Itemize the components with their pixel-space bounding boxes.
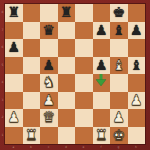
rank-label-2: 2 <box>1 116 4 119</box>
square-d1[interactable] <box>58 127 76 145</box>
square-b8[interactable] <box>23 4 41 22</box>
square-a8[interactable]: ♜ <box>5 4 23 22</box>
square-a2[interactable]: ♟ <box>5 109 23 127</box>
square-h7[interactable]: ♟ <box>128 22 146 40</box>
square-c2[interactable]: ♛ <box>40 109 58 127</box>
rank-label-7: 7 <box>1 29 4 32</box>
square-a3[interactable] <box>5 92 23 110</box>
square-a4[interactable] <box>5 74 23 92</box>
square-h1[interactable] <box>128 127 146 145</box>
rank-label-3: 3 <box>1 99 4 102</box>
square-a1[interactable] <box>5 127 23 145</box>
piece-white-rook[interactable]: ♜ <box>25 126 38 143</box>
piece-white-rook[interactable]: ♜ <box>95 126 108 143</box>
piece-black-queen[interactable]: ♛ <box>42 21 55 38</box>
piece-black-pawn[interactable]: ♟ <box>130 21 143 38</box>
square-c4[interactable]: ♞ <box>40 74 58 92</box>
chess-board-frame: ♜♜♚♛♟♝♟♟♟♟♝♝♞♟♟♟♛♟♜♜♚ 87654321abcdefgh <box>0 0 150 150</box>
square-g2[interactable]: ♟ <box>110 109 128 127</box>
rank-label-8: 8 <box>1 11 4 14</box>
piece-black-pawn[interactable]: ♟ <box>95 56 108 73</box>
square-d5[interactable] <box>58 57 76 75</box>
square-f3[interactable] <box>93 92 111 110</box>
file-label-b: b <box>23 146 40 149</box>
square-d2[interactable] <box>58 109 76 127</box>
piece-black-pawn[interactable]: ♟ <box>42 56 55 73</box>
piece-black-rook[interactable]: ♜ <box>7 4 20 21</box>
piece-black-pawn[interactable]: ♟ <box>95 21 108 38</box>
square-b5[interactable] <box>23 57 41 75</box>
piece-white-pawn[interactable]: ♟ <box>112 109 125 126</box>
square-g7[interactable]: ♝ <box>110 22 128 40</box>
rank-label-4: 4 <box>1 81 4 84</box>
square-d7[interactable] <box>58 22 76 40</box>
piece-black-bishop[interactable]: ♝ <box>112 21 125 38</box>
square-g4[interactable] <box>110 74 128 92</box>
square-g8[interactable]: ♚ <box>110 4 128 22</box>
square-e4[interactable] <box>75 74 93 92</box>
square-g5[interactable]: ♝ <box>110 57 128 75</box>
square-b1[interactable]: ♜ <box>23 127 41 145</box>
square-f5[interactable]: ♟ <box>93 57 111 75</box>
square-h5[interactable]: ♝ <box>128 57 146 75</box>
square-e1[interactable] <box>75 127 93 145</box>
square-d4[interactable] <box>58 74 76 92</box>
square-c1[interactable] <box>40 127 58 145</box>
piece-white-queen[interactable]: ♛ <box>42 109 55 126</box>
square-c8[interactable] <box>40 4 58 22</box>
piece-black-rook[interactable]: ♜ <box>60 4 73 21</box>
square-g1[interactable]: ♚ <box>110 127 128 145</box>
square-d6[interactable] <box>58 39 76 57</box>
file-label-c: c <box>40 146 57 149</box>
file-label-a: a <box>5 146 22 149</box>
piece-white-pawn[interactable]: ♟ <box>7 109 20 126</box>
square-b6[interactable] <box>23 39 41 57</box>
square-e5[interactable] <box>75 57 93 75</box>
square-e2[interactable] <box>75 109 93 127</box>
square-c6[interactable] <box>40 39 58 57</box>
square-c3[interactable]: ♟ <box>40 92 58 110</box>
square-b4[interactable] <box>23 74 41 92</box>
file-label-d: d <box>58 146 75 149</box>
move-arrow-f4 <box>96 74 107 87</box>
square-e7[interactable] <box>75 22 93 40</box>
square-e8[interactable] <box>75 4 93 22</box>
square-f8[interactable] <box>93 4 111 22</box>
piece-white-bishop[interactable]: ♝ <box>112 56 125 73</box>
chess-board: ♜♜♚♛♟♝♟♟♟♟♝♝♞♟♟♟♛♟♜♜♚ <box>5 4 145 144</box>
square-h4[interactable] <box>128 74 146 92</box>
square-f2[interactable] <box>93 109 111 127</box>
rank-label-5: 5 <box>1 64 4 67</box>
rank-label-6: 6 <box>1 46 4 49</box>
square-d3[interactable] <box>58 92 76 110</box>
square-a6[interactable]: ♟ <box>5 39 23 57</box>
square-e6[interactable] <box>75 39 93 57</box>
square-f1[interactable]: ♜ <box>93 127 111 145</box>
file-label-e: e <box>75 146 92 149</box>
piece-black-king[interactable]: ♚ <box>112 4 125 21</box>
piece-black-pawn[interactable]: ♟ <box>7 39 20 56</box>
square-f7[interactable]: ♟ <box>93 22 111 40</box>
piece-white-pawn[interactable]: ♟ <box>130 91 143 108</box>
rank-label-1: 1 <box>1 134 4 137</box>
piece-white-knight[interactable]: ♞ <box>42 74 55 91</box>
file-label-h: h <box>128 146 145 149</box>
square-h6[interactable] <box>128 39 146 57</box>
square-b2[interactable] <box>23 109 41 127</box>
square-h3[interactable]: ♟ <box>128 92 146 110</box>
square-g6[interactable] <box>110 39 128 57</box>
square-f4[interactable] <box>93 74 111 92</box>
square-g3[interactable] <box>110 92 128 110</box>
square-c5[interactable]: ♟ <box>40 57 58 75</box>
square-a5[interactable] <box>5 57 23 75</box>
piece-black-bishop[interactable]: ♝ <box>130 56 143 73</box>
file-label-f: f <box>93 146 110 149</box>
square-h2[interactable] <box>128 109 146 127</box>
piece-white-pawn[interactable]: ♟ <box>42 91 55 108</box>
square-b3[interactable] <box>23 92 41 110</box>
square-c7[interactable]: ♛ <box>40 22 58 40</box>
square-b7[interactable] <box>23 22 41 40</box>
square-d8[interactable]: ♜ <box>58 4 76 22</box>
square-f6[interactable] <box>93 39 111 57</box>
square-e3[interactable] <box>75 92 93 110</box>
square-h8[interactable] <box>128 4 146 22</box>
file-label-g: g <box>110 146 127 149</box>
piece-white-king[interactable]: ♚ <box>112 126 125 143</box>
square-a7[interactable] <box>5 22 23 40</box>
